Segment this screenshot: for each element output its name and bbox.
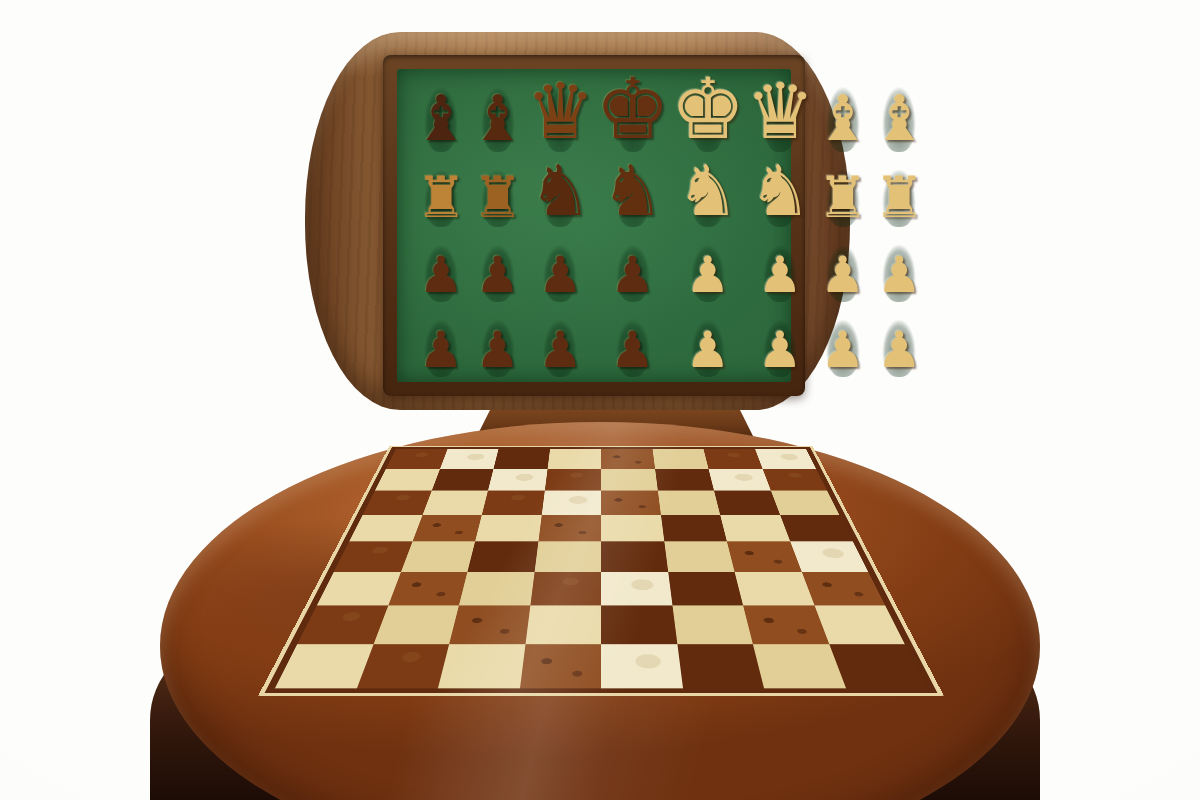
light-rook[interactable]: ♜ — [817, 171, 868, 223]
square-d5[interactable] — [538, 515, 601, 542]
light-bishop[interactable]: ♝ — [871, 90, 927, 148]
tray-slot-r1c5: ♚ — [670, 71, 745, 155]
square-b5[interactable] — [412, 515, 482, 542]
square-f6[interactable] — [658, 491, 721, 515]
light-pawn[interactable]: ♟ — [686, 327, 731, 373]
tray-slot-r3c1: ♟ — [413, 230, 469, 305]
tray-slot-r2c5: ♞ — [670, 155, 745, 230]
square-a8[interactable] — [386, 449, 447, 469]
dark-rook[interactable]: ♜ — [416, 171, 467, 223]
square-f8[interactable] — [652, 449, 708, 469]
square-h3[interactable] — [801, 572, 885, 606]
square-d7[interactable] — [544, 469, 601, 491]
light-pawn[interactable]: ♟ — [758, 327, 803, 373]
dark-pawn[interactable]: ♟ — [538, 327, 583, 373]
light-king[interactable]: ♚ — [670, 71, 745, 148]
dark-pawn[interactable]: ♟ — [419, 327, 464, 373]
square-h7[interactable] — [762, 469, 827, 491]
tray-slot-r1c3: ♛ — [526, 71, 595, 155]
dark-queen[interactable]: ♛ — [526, 77, 595, 148]
dark-pawn[interactable]: ♟ — [475, 327, 520, 373]
tray-slot-r2c3: ♞ — [526, 155, 595, 230]
tray-slot-r4c1: ♟ — [413, 305, 469, 380]
square-h5[interactable] — [780, 515, 853, 542]
square-h2[interactable] — [814, 605, 905, 644]
square-b7[interactable] — [431, 469, 493, 491]
tray-slot-r4c3: ♟ — [526, 305, 595, 380]
square-c2[interactable] — [449, 605, 530, 644]
square-b1[interactable] — [356, 644, 449, 688]
tray-frame: ♝♝♛♚♚♛♝♝♜♜♞♞♞♞♜♜♟♟♟♟♟♟♟♟♟♟♟♟♟♟♟♟ — [383, 55, 805, 396]
tray-slot-r1c4: ♚ — [595, 71, 670, 155]
dark-pawn[interactable]: ♟ — [419, 252, 464, 298]
square-h8[interactable] — [755, 449, 816, 469]
square-c5[interactable] — [475, 515, 541, 542]
square-b4[interactable] — [401, 541, 475, 571]
dark-knight[interactable]: ♞ — [529, 159, 592, 223]
square-b6[interactable] — [422, 491, 488, 515]
dark-pawn[interactable]: ♟ — [538, 252, 583, 298]
tray-slot-r4c7: ♟ — [815, 305, 871, 380]
square-f7[interactable] — [655, 469, 714, 491]
dark-pawn[interactable]: ♟ — [610, 327, 655, 373]
tray-slot-r4c2: ♟ — [469, 305, 525, 380]
square-e6[interactable] — [601, 491, 661, 515]
dark-bishop[interactable]: ♝ — [469, 90, 525, 148]
chess-set-photo: ♝♝♛♚♚♛♝♝♜♜♞♞♞♞♜♜♟♟♟♟♟♟♟♟♟♟♟♟♟♟♟♟ — [0, 0, 1200, 800]
tray-slot-r2c7: ♜ — [815, 155, 871, 230]
tray-slot-r1c6: ♛ — [746, 71, 815, 155]
square-g8[interactable] — [704, 449, 763, 469]
tray-slot-r1c2: ♝ — [469, 71, 525, 155]
square-e5[interactable] — [601, 515, 664, 542]
square-f3[interactable] — [668, 572, 743, 606]
tray-slot-r2c2: ♜ — [469, 155, 525, 230]
square-e4[interactable] — [601, 541, 668, 571]
square-d8[interactable] — [547, 449, 601, 469]
tray-slot-r2c8: ♜ — [871, 155, 927, 230]
dark-rook[interactable]: ♜ — [472, 171, 523, 223]
tray-slot-r3c5: ♟ — [670, 230, 745, 305]
square-f4[interactable] — [664, 541, 735, 571]
tray-slot-r3c2: ♟ — [469, 230, 525, 305]
light-pawn[interactable]: ♟ — [877, 327, 922, 373]
square-b8[interactable] — [440, 449, 499, 469]
tray-slot-r3c4: ♟ — [595, 230, 670, 305]
tray-slot-r3c3: ♟ — [526, 230, 595, 305]
square-d2[interactable] — [525, 605, 601, 644]
square-c6[interactable] — [482, 491, 545, 515]
tray-slot-r4c8: ♟ — [871, 305, 927, 380]
square-g4[interactable] — [727, 541, 801, 571]
square-e1[interactable] — [601, 644, 683, 688]
square-a6[interactable] — [363, 491, 432, 515]
square-a4[interactable] — [334, 541, 412, 571]
dark-pawn[interactable]: ♟ — [610, 252, 655, 298]
square-a7[interactable] — [375, 469, 440, 491]
tray-slot-r2c1: ♜ — [413, 155, 469, 230]
light-knight[interactable]: ♞ — [677, 159, 740, 223]
light-pawn[interactable]: ♟ — [820, 327, 865, 373]
tray-slot-r4c5: ♟ — [670, 305, 745, 380]
light-knight[interactable]: ♞ — [749, 159, 812, 223]
square-f1[interactable] — [677, 644, 764, 688]
light-pawn[interactable]: ♟ — [877, 252, 922, 298]
square-g6[interactable] — [714, 491, 780, 515]
tray-slot-r1c7: ♝ — [815, 71, 871, 155]
tray-slot-r3c7: ♟ — [815, 230, 871, 305]
square-c3[interactable] — [459, 572, 534, 606]
square-c7[interactable] — [488, 469, 547, 491]
square-d1[interactable] — [519, 644, 601, 688]
square-d6[interactable] — [541, 491, 601, 515]
light-rook[interactable]: ♜ — [874, 171, 925, 223]
dark-pawn[interactable]: ♟ — [475, 252, 520, 298]
light-pawn[interactable]: ♟ — [758, 252, 803, 298]
tray-slot-r1c1: ♝ — [413, 71, 469, 155]
board-grid — [275, 449, 927, 688]
tray-slot-r4c4: ♟ — [595, 305, 670, 380]
square-h1[interactable] — [829, 644, 927, 688]
square-a3[interactable] — [317, 572, 401, 606]
square-d3[interactable] — [530, 572, 601, 606]
square-f5[interactable] — [661, 515, 727, 542]
dark-knight[interactable]: ♞ — [601, 159, 664, 223]
tray-slot-r3c6: ♟ — [746, 230, 815, 305]
light-queen[interactable]: ♛ — [746, 77, 815, 148]
square-e7[interactable] — [601, 469, 658, 491]
square-f2[interactable] — [672, 605, 753, 644]
square-e3[interactable] — [601, 572, 672, 606]
square-h4[interactable] — [790, 541, 868, 571]
tray-slot-r2c6: ♞ — [746, 155, 815, 230]
square-c1[interactable] — [438, 644, 525, 688]
square-d4[interactable] — [534, 541, 601, 571]
tray-slot-r2c4: ♞ — [595, 155, 670, 230]
dark-king[interactable]: ♚ — [595, 71, 670, 148]
tray-slot-r1c8: ♝ — [871, 71, 927, 155]
square-b2[interactable] — [373, 605, 459, 644]
square-h6[interactable] — [771, 491, 840, 515]
square-b3[interactable] — [388, 572, 468, 606]
chess-box-lid: ♝♝♛♚♚♛♝♝♜♜♞♞♞♞♜♜♟♟♟♟♟♟♟♟♟♟♟♟♟♟♟♟ — [305, 32, 850, 410]
light-pawn[interactable]: ♟ — [820, 252, 865, 298]
square-c4[interactable] — [467, 541, 538, 571]
square-c8[interactable] — [493, 449, 549, 469]
felt-tray: ♝♝♛♚♚♛♝♝♜♜♞♞♞♞♜♜♟♟♟♟♟♟♟♟♟♟♟♟♟♟♟♟ — [397, 69, 791, 382]
square-g5[interactable] — [720, 515, 790, 542]
square-e2[interactable] — [601, 605, 677, 644]
light-pawn[interactable]: ♟ — [686, 252, 731, 298]
tray-slot-r3c8: ♟ — [871, 230, 927, 305]
square-g7[interactable] — [709, 469, 771, 491]
dark-bishop[interactable]: ♝ — [413, 90, 469, 148]
square-a5[interactable] — [349, 515, 422, 542]
tray-slot-r4c6: ♟ — [746, 305, 815, 380]
square-e8[interactable] — [601, 449, 655, 469]
light-bishop[interactable]: ♝ — [815, 90, 871, 148]
